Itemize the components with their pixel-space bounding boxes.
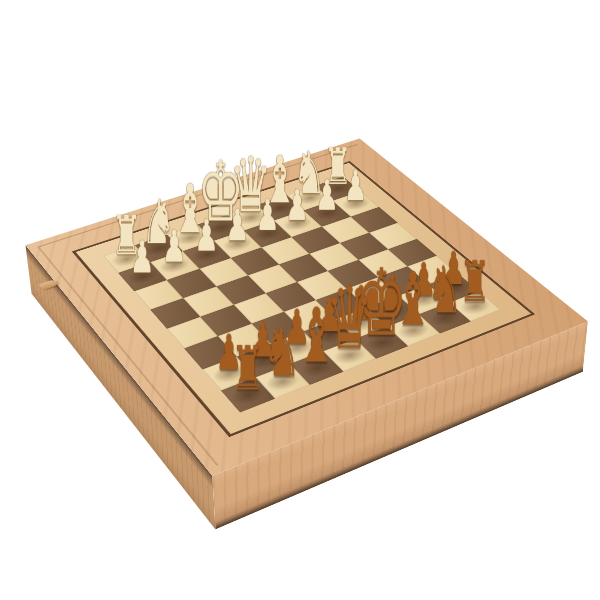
box-lid-top: ♜♞♝♚♛♝♞♜♟♟♟♟♟♟♟♟♟♟♟♟♟♟♟♟♜♞♝♛♚♝♞♜ (25, 139, 588, 476)
brown-rook-glyph: ♜ (231, 338, 265, 399)
product-photo: ♜♞♝♚♛♝♞♜♟♟♟♟♟♟♟♟♟♟♟♟♟♟♟♟♜♞♝♛♚♝♞♜ (0, 0, 600, 600)
brown-knight-glyph: ♞ (263, 317, 301, 386)
brown-bishop-glyph: ♝ (295, 298, 337, 373)
brown-rook-glyph: ♜ (459, 254, 490, 310)
